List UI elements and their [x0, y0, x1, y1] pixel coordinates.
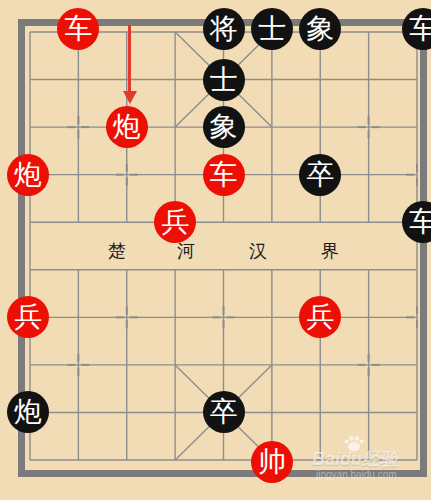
piece-red-chariot-b[interactable]: 车 — [203, 154, 245, 196]
piece-black-general[interactable]: 将 — [203, 8, 245, 50]
xiangqi-board: 楚 河 汉 界 车将士象车士炮象炮车卒兵车兵兵炮卒帅 Baidu经验 jingy… — [0, 0, 431, 500]
piece-black-advisor-a[interactable]: 士 — [251, 8, 293, 50]
piece-red-general[interactable]: 帅 — [251, 441, 293, 483]
piece-black-soldier-a[interactable]: 卒 — [299, 154, 341, 196]
piece-black-advisor-b[interactable]: 士 — [203, 59, 245, 101]
river-label-chu: 楚 — [104, 239, 130, 263]
piece-black-elephant-a[interactable]: 象 — [299, 8, 341, 50]
piece-red-cannon-b[interactable]: 炮 — [7, 154, 49, 196]
piece-black-soldier-b[interactable]: 卒 — [203, 391, 245, 433]
river-label-jie: 界 — [317, 239, 343, 263]
piece-red-cannon-a[interactable]: 炮 — [106, 106, 148, 148]
river-label-han: 汉 — [245, 239, 271, 263]
piece-black-elephant-b[interactable]: 象 — [203, 106, 245, 148]
